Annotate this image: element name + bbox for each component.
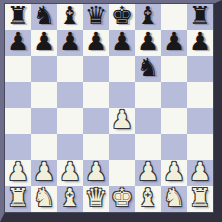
square-f8[interactable]: ♝ xyxy=(135,4,161,30)
square-h4[interactable] xyxy=(187,108,213,134)
square-f3[interactable] xyxy=(135,134,161,160)
square-b8[interactable]: ♞ xyxy=(31,4,57,30)
piece-white-pawn[interactable]: ♟ xyxy=(189,160,211,185)
square-b6[interactable] xyxy=(31,56,57,82)
piece-white-pawn[interactable]: ♟ xyxy=(85,160,107,185)
square-c1[interactable]: ♝ xyxy=(57,186,83,212)
square-b5[interactable] xyxy=(31,82,57,108)
square-d2[interactable]: ♟ xyxy=(83,160,109,186)
square-d3[interactable] xyxy=(83,134,109,160)
square-g7[interactable]: ♟ xyxy=(161,30,187,56)
piece-white-bishop[interactable]: ♝ xyxy=(59,186,81,211)
piece-white-pawn[interactable]: ♟ xyxy=(111,108,133,133)
piece-black-bishop[interactable]: ♝ xyxy=(59,4,81,29)
square-g1[interactable]: ♞ xyxy=(161,186,187,212)
piece-black-pawn[interactable]: ♟ xyxy=(163,30,185,55)
piece-black-king[interactable]: ♚ xyxy=(111,4,133,29)
piece-white-pawn[interactable]: ♟ xyxy=(59,160,81,185)
square-d4[interactable] xyxy=(83,108,109,134)
square-e1[interactable]: ♚ xyxy=(109,186,135,212)
piece-white-knight[interactable]: ♞ xyxy=(163,186,185,211)
piece-black-bishop[interactable]: ♝ xyxy=(137,4,159,29)
square-g3[interactable] xyxy=(161,134,187,160)
piece-white-pawn[interactable]: ♟ xyxy=(137,160,159,185)
square-h3[interactable] xyxy=(187,134,213,160)
piece-black-queen[interactable]: ♛ xyxy=(85,4,107,29)
square-f4[interactable] xyxy=(135,108,161,134)
square-g5[interactable] xyxy=(161,82,187,108)
square-c3[interactable] xyxy=(57,134,83,160)
piece-white-pawn[interactable]: ♟ xyxy=(7,160,29,185)
square-h6[interactable] xyxy=(187,56,213,82)
piece-black-knight[interactable]: ♞ xyxy=(137,56,159,81)
square-a6[interactable] xyxy=(5,56,31,82)
square-g4[interactable] xyxy=(161,108,187,134)
square-d1[interactable]: ♛ xyxy=(83,186,109,212)
square-e8[interactable]: ♚ xyxy=(109,4,135,30)
piece-white-rook[interactable]: ♜ xyxy=(7,186,29,211)
square-d8[interactable]: ♛ xyxy=(83,4,109,30)
piece-black-pawn[interactable]: ♟ xyxy=(111,30,133,55)
piece-black-pawn[interactable]: ♟ xyxy=(137,30,159,55)
piece-black-pawn[interactable]: ♟ xyxy=(7,30,29,55)
square-f5[interactable] xyxy=(135,82,161,108)
square-b4[interactable] xyxy=(31,108,57,134)
square-a2[interactable]: ♟ xyxy=(5,160,31,186)
square-f2[interactable]: ♟ xyxy=(135,160,161,186)
square-c7[interactable]: ♟ xyxy=(57,30,83,56)
square-a1[interactable]: ♜ xyxy=(5,186,31,212)
square-e2[interactable] xyxy=(109,160,135,186)
square-f7[interactable]: ♟ xyxy=(135,30,161,56)
square-e4[interactable]: ♟ xyxy=(109,108,135,134)
square-e7[interactable]: ♟ xyxy=(109,30,135,56)
piece-black-knight[interactable]: ♞ xyxy=(33,4,55,29)
square-d7[interactable]: ♟ xyxy=(83,30,109,56)
square-d5[interactable] xyxy=(83,82,109,108)
piece-black-rook[interactable]: ♜ xyxy=(189,4,211,29)
square-h7[interactable]: ♟ xyxy=(187,30,213,56)
square-d6[interactable] xyxy=(83,56,109,82)
square-f6[interactable]: ♞ xyxy=(135,56,161,82)
square-a8[interactable]: ♜ xyxy=(5,4,31,30)
square-c6[interactable] xyxy=(57,56,83,82)
chess-board-frame: ♜♞♝♛♚♝♜♟♟♟♟♟♟♟♟♞♟♟♟♟♟♟♟♟♜♞♝♛♚♝♞♜ xyxy=(0,0,222,222)
square-b2[interactable]: ♟ xyxy=(31,160,57,186)
piece-black-pawn[interactable]: ♟ xyxy=(59,30,81,55)
square-c8[interactable]: ♝ xyxy=(57,4,83,30)
square-e5[interactable] xyxy=(109,82,135,108)
piece-white-pawn[interactable]: ♟ xyxy=(163,160,185,185)
square-a7[interactable]: ♟ xyxy=(5,30,31,56)
piece-black-rook[interactable]: ♜ xyxy=(7,4,29,29)
square-g6[interactable] xyxy=(161,56,187,82)
square-c2[interactable]: ♟ xyxy=(57,160,83,186)
square-b1[interactable]: ♞ xyxy=(31,186,57,212)
piece-black-pawn[interactable]: ♟ xyxy=(85,30,107,55)
square-h1[interactable]: ♜ xyxy=(187,186,213,212)
square-g2[interactable]: ♟ xyxy=(161,160,187,186)
piece-black-pawn[interactable]: ♟ xyxy=(33,30,55,55)
square-f1[interactable]: ♝ xyxy=(135,186,161,212)
chess-board: ♜♞♝♛♚♝♜♟♟♟♟♟♟♟♟♞♟♟♟♟♟♟♟♟♜♞♝♛♚♝♞♜ xyxy=(5,4,213,212)
square-a5[interactable] xyxy=(5,82,31,108)
square-b3[interactable] xyxy=(31,134,57,160)
square-h2[interactable]: ♟ xyxy=(187,160,213,186)
piece-black-pawn[interactable]: ♟ xyxy=(189,30,211,55)
square-a3[interactable] xyxy=(5,134,31,160)
piece-white-queen[interactable]: ♛ xyxy=(85,186,107,211)
piece-white-pawn[interactable]: ♟ xyxy=(33,160,55,185)
piece-white-knight[interactable]: ♞ xyxy=(33,186,55,211)
piece-white-king[interactable]: ♚ xyxy=(111,186,133,211)
square-e3[interactable] xyxy=(109,134,135,160)
piece-white-rook[interactable]: ♜ xyxy=(189,186,211,211)
piece-white-bishop[interactable]: ♝ xyxy=(137,186,159,211)
square-e6[interactable] xyxy=(109,56,135,82)
square-g8[interactable] xyxy=(161,4,187,30)
square-a4[interactable] xyxy=(5,108,31,134)
square-h5[interactable] xyxy=(187,82,213,108)
square-h8[interactable]: ♜ xyxy=(187,4,213,30)
square-c4[interactable] xyxy=(57,108,83,134)
square-b7[interactable]: ♟ xyxy=(31,30,57,56)
square-c5[interactable] xyxy=(57,82,83,108)
